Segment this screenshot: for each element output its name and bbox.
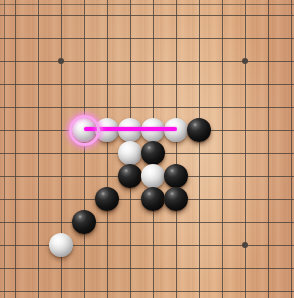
- grid-line-horizontal: [0, 222, 294, 223]
- grid-line-vertical: [176, 0, 177, 298]
- black-stone: [141, 187, 165, 211]
- grid-line-horizontal: [0, 84, 294, 85]
- winning-stone-ring: [69, 115, 100, 146]
- star-point: [58, 58, 64, 64]
- black-stone: [95, 187, 119, 211]
- grid-line-vertical: [222, 0, 223, 298]
- board-edge-line-left: [4, 0, 5, 298]
- grid-line-vertical: [199, 0, 200, 298]
- grid-line-vertical: [268, 0, 269, 298]
- white-stone: [49, 233, 73, 257]
- grid-line-vertical: [38, 0, 39, 298]
- grid-line-vertical: [245, 0, 246, 298]
- star-point: [242, 242, 248, 248]
- grid-line-horizontal: [0, 107, 294, 108]
- black-stone: [187, 118, 211, 142]
- grid-line-horizontal: [0, 61, 294, 62]
- grid-line-vertical: [107, 0, 108, 298]
- black-stone: [72, 210, 96, 234]
- black-stone: [164, 164, 188, 188]
- grid-line-horizontal: [0, 245, 294, 246]
- grid-line-horizontal: [0, 291, 294, 292]
- grid-line-vertical: [15, 0, 16, 298]
- black-stone: [164, 187, 188, 211]
- goban-board[interactable]: [0, 0, 294, 298]
- grid-line-vertical: [291, 0, 292, 298]
- black-stone: [141, 141, 165, 165]
- star-point: [242, 58, 248, 64]
- white-stone: [118, 141, 142, 165]
- board-edge-line-top: [0, 4, 294, 5]
- grid-line-horizontal: [0, 15, 294, 16]
- white-stone: [141, 164, 165, 188]
- grid-line-horizontal: [0, 268, 294, 269]
- grid-line-vertical: [84, 0, 85, 298]
- grid-line-horizontal: [0, 38, 294, 39]
- black-stone: [118, 164, 142, 188]
